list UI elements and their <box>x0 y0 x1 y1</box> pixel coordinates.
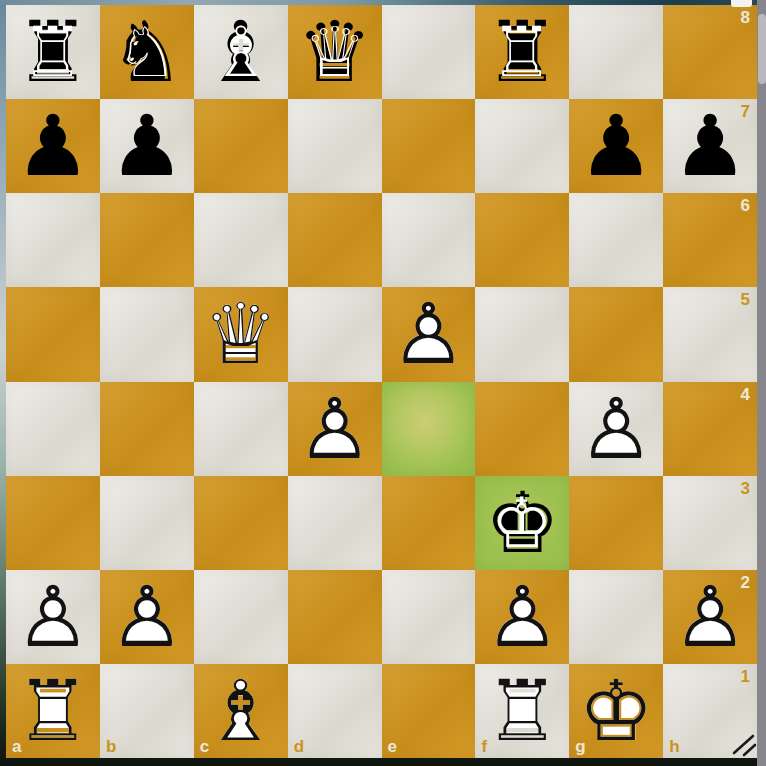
square-a4[interactable] <box>6 382 100 476</box>
square-b3[interactable] <box>100 476 194 570</box>
square-e4[interactable] <box>382 382 476 476</box>
board-resize-handle[interactable] <box>731 733 757 757</box>
piece-white-pawn[interactable]: ♟♙ <box>382 287 476 381</box>
piece-black-rook[interactable]: ♜♖ <box>475 5 569 99</box>
rank-label-1: 1 <box>741 667 750 687</box>
square-e1[interactable]: e <box>382 664 476 758</box>
chess-board: ♜♖♞♘♝♗♛♕♜♖8♟♟♟7♟6♛♕♟♙5♟♙♟♙4♚♔3♟♙♟♙♟♙2♟♙a… <box>6 5 757 758</box>
square-b2[interactable]: ♟♙ <box>100 570 194 664</box>
square-d3[interactable] <box>288 476 382 570</box>
square-a1[interactable]: a♜♖ <box>6 664 100 758</box>
file-label-e: e <box>388 737 397 757</box>
square-d5[interactable] <box>288 287 382 381</box>
square-d6[interactable] <box>288 193 382 287</box>
square-a8[interactable]: ♜♖ <box>6 5 100 99</box>
square-h6[interactable]: 6 <box>663 193 757 287</box>
rank-label-8: 8 <box>741 8 750 28</box>
square-d2[interactable] <box>288 570 382 664</box>
piece-white-pawn[interactable]: ♟♙ <box>663 570 757 664</box>
square-e3[interactable] <box>382 476 476 570</box>
piece-white-pawn[interactable]: ♟♙ <box>288 382 382 476</box>
square-d7[interactable] <box>288 99 382 193</box>
piece-white-bishop[interactable]: ♝♗ <box>194 664 288 758</box>
square-c5[interactable]: ♛♕ <box>194 287 288 381</box>
square-c3[interactable] <box>194 476 288 570</box>
square-g5[interactable] <box>569 287 663 381</box>
square-h5[interactable]: 5 <box>663 287 757 381</box>
scrollbar-track[interactable] <box>757 0 766 766</box>
file-label-d: d <box>294 737 304 757</box>
square-h4[interactable]: 4 <box>663 382 757 476</box>
square-e2[interactable] <box>382 570 476 664</box>
piece-white-king[interactable]: ♚♔ <box>569 664 663 758</box>
square-f4[interactable] <box>475 382 569 476</box>
square-f2[interactable]: ♟♙ <box>475 570 569 664</box>
piece-black-knight[interactable]: ♞♘ <box>100 5 194 99</box>
square-g7[interactable]: ♟ <box>569 99 663 193</box>
square-c2[interactable] <box>194 570 288 664</box>
square-c7[interactable] <box>194 99 288 193</box>
square-b5[interactable] <box>100 287 194 381</box>
piece-black-rook[interactable]: ♜♖ <box>6 5 100 99</box>
square-h3[interactable]: 3 <box>663 476 757 570</box>
piece-white-queen[interactable]: ♛♕ <box>194 287 288 381</box>
file-label-h: h <box>669 737 679 757</box>
square-h2[interactable]: 2♟♙ <box>663 570 757 664</box>
piece-white-pawn[interactable]: ♟♙ <box>100 570 194 664</box>
square-d1[interactable]: d <box>288 664 382 758</box>
square-b8[interactable]: ♞♘ <box>100 5 194 99</box>
square-e6[interactable] <box>382 193 476 287</box>
piece-white-rook[interactable]: ♜♖ <box>475 664 569 758</box>
square-h7[interactable]: 7♟ <box>663 99 757 193</box>
square-f8[interactable]: ♜♖ <box>475 5 569 99</box>
square-g6[interactable] <box>569 193 663 287</box>
piece-black-pawn[interactable]: ♟ <box>6 99 100 193</box>
square-c8[interactable]: ♝♗ <box>194 5 288 99</box>
piece-white-pawn[interactable]: ♟♙ <box>475 570 569 664</box>
rank-label-4: 4 <box>741 385 750 405</box>
square-e7[interactable] <box>382 99 476 193</box>
piece-black-queen[interactable]: ♛♕ <box>288 5 382 99</box>
square-a5[interactable] <box>6 287 100 381</box>
square-g3[interactable] <box>569 476 663 570</box>
rank-label-6: 6 <box>741 196 750 216</box>
square-b1[interactable]: b <box>100 664 194 758</box>
square-b4[interactable] <box>100 382 194 476</box>
rank-label-3: 3 <box>741 479 750 499</box>
piece-black-pawn[interactable]: ♟ <box>100 99 194 193</box>
file-label-b: b <box>106 737 116 757</box>
piece-black-pawn[interactable]: ♟ <box>663 99 757 193</box>
square-d4[interactable]: ♟♙ <box>288 382 382 476</box>
square-g2[interactable] <box>569 570 663 664</box>
square-a3[interactable] <box>6 476 100 570</box>
rank-label-5: 5 <box>741 290 750 310</box>
square-a2[interactable]: ♟♙ <box>6 570 100 664</box>
square-c6[interactable] <box>194 193 288 287</box>
piece-black-bishop[interactable]: ♝♗ <box>194 5 288 99</box>
piece-white-pawn[interactable]: ♟♙ <box>6 570 100 664</box>
square-a6[interactable] <box>6 193 100 287</box>
piece-black-king[interactable]: ♚♔ <box>475 476 569 570</box>
square-b6[interactable] <box>100 193 194 287</box>
square-h8[interactable]: 8 <box>663 5 757 99</box>
square-e8[interactable] <box>382 5 476 99</box>
square-b7[interactable]: ♟ <box>100 99 194 193</box>
piece-white-pawn[interactable]: ♟♙ <box>569 382 663 476</box>
browser-ui-fragment <box>731 0 752 7</box>
piece-white-rook[interactable]: ♜♖ <box>6 664 100 758</box>
square-c1[interactable]: c♝♗ <box>194 664 288 758</box>
square-g8[interactable] <box>569 5 663 99</box>
square-f3[interactable]: ♚♔ <box>475 476 569 570</box>
piece-black-pawn[interactable]: ♟ <box>569 99 663 193</box>
square-f1[interactable]: f♜♖ <box>475 664 569 758</box>
square-g4[interactable]: ♟♙ <box>569 382 663 476</box>
square-f7[interactable] <box>475 99 569 193</box>
square-f6[interactable] <box>475 193 569 287</box>
square-a7[interactable]: ♟ <box>6 99 100 193</box>
scrollbar-thumb[interactable] <box>758 14 766 84</box>
square-c4[interactable] <box>194 382 288 476</box>
square-f5[interactable] <box>475 287 569 381</box>
square-e5[interactable]: ♟♙ <box>382 287 476 381</box>
square-d8[interactable]: ♛♕ <box>288 5 382 99</box>
square-g1[interactable]: g♚♔ <box>569 664 663 758</box>
